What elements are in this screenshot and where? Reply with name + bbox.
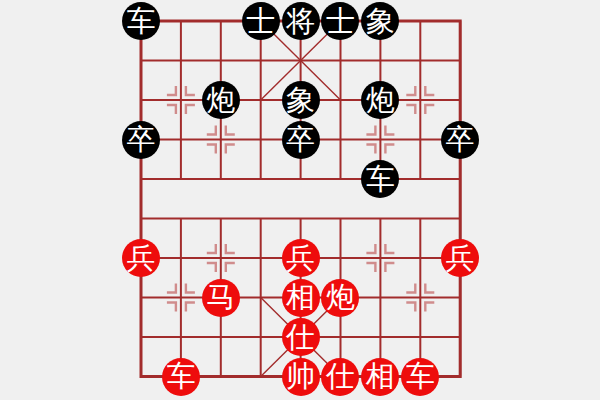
piece-red-advisor[interactable]: 仕: [282, 318, 320, 356]
piece-red-cannon[interactable]: 炮: [321, 279, 359, 317]
piece-red-advisor[interactable]: 仕: [321, 358, 359, 396]
piece-red-soldier[interactable]: 兵: [122, 239, 160, 277]
piece-black-advisor[interactable]: 士: [321, 2, 359, 40]
piece-red-soldier[interactable]: 兵: [441, 239, 479, 277]
piece-red-elephant[interactable]: 相: [361, 358, 399, 396]
piece-black-elephant[interactable]: 象: [282, 81, 320, 119]
piece-black-soldier[interactable]: 卒: [441, 121, 479, 159]
piece-black-cannon[interactable]: 炮: [202, 81, 240, 119]
piece-black-chariot[interactable]: 车: [122, 2, 160, 40]
piece-black-elephant[interactable]: 象: [361, 2, 399, 40]
piece-black-soldier[interactable]: 卒: [122, 121, 160, 159]
xiangqi-board[interactable]: 车士将士象炮象炮卒卒卒车兵兵兵马相炮仕车帅仕相车: [0, 0, 600, 400]
xiangqi-screenshot: 车士将士象炮象炮卒卒卒车兵兵兵马相炮仕车帅仕相车: [0, 0, 600, 400]
piece-black-advisor[interactable]: 士: [242, 2, 280, 40]
piece-red-soldier[interactable]: 兵: [282, 239, 320, 277]
piece-red-general[interactable]: 帅: [282, 358, 320, 396]
piece-red-horse[interactable]: 马: [202, 279, 240, 317]
piece-black-chariot[interactable]: 车: [361, 160, 399, 198]
piece-black-soldier[interactable]: 卒: [282, 121, 320, 159]
piece-black-general[interactable]: 将: [282, 2, 320, 40]
piece-red-chariot[interactable]: 车: [162, 358, 200, 396]
piece-red-elephant[interactable]: 相: [282, 279, 320, 317]
pieces-layer: 车士将士象炮象炮卒卒卒车兵兵兵马相炮仕车帅仕相车: [121, 1, 480, 396]
piece-red-chariot[interactable]: 车: [401, 358, 439, 396]
piece-black-cannon[interactable]: 炮: [361, 81, 399, 119]
